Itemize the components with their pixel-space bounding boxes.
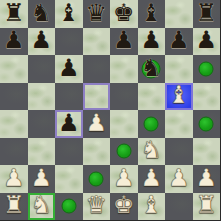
piece-white-bishop: ♝ [168, 83, 190, 107]
square-f7[interactable]: ♟ [138, 28, 166, 56]
piece-white-pawn: ♟ [85, 111, 107, 135]
square-a4[interactable] [0, 110, 28, 138]
piece-black-pawn: ♟ [113, 28, 135, 52]
square-e2[interactable]: ♟ [110, 165, 138, 193]
square-b5[interactable] [28, 83, 56, 111]
square-a3[interactable] [0, 138, 28, 166]
piece-white-pawn: ♟ [195, 166, 217, 190]
piece-black-pawn: ♟ [195, 28, 217, 52]
square-b6[interactable] [28, 55, 56, 83]
square-e1[interactable]: ♚ [110, 193, 138, 221]
square-a8[interactable]: ♜ [0, 0, 28, 28]
square-f1[interactable]: ♝ [138, 193, 166, 221]
square-c1[interactable] [55, 193, 83, 221]
square-h7[interactable]: ♟ [193, 28, 221, 56]
square-d7[interactable] [83, 28, 111, 56]
square-g2[interactable]: ♟ [165, 165, 193, 193]
square-c5[interactable] [55, 83, 83, 111]
square-a2[interactable]: ♟ [0, 165, 28, 193]
piece-white-pawn: ♟ [168, 166, 190, 190]
square-g4[interactable] [165, 110, 193, 138]
square-b4[interactable] [28, 110, 56, 138]
square-c2[interactable] [55, 165, 83, 193]
piece-white-pawn: ♟ [3, 166, 25, 190]
piece-black-pawn: ♟ [58, 111, 80, 135]
square-b1[interactable]: ♞ [28, 193, 56, 221]
piece-white-rook: ♜ [195, 193, 217, 217]
square-d1[interactable]: ♛ [83, 193, 111, 221]
piece-black-pawn: ♟ [3, 28, 25, 52]
square-c6[interactable]: ♟ [55, 55, 83, 83]
square-a6[interactable] [0, 55, 28, 83]
square-b8[interactable]: ♞ [28, 0, 56, 28]
square-b2[interactable]: ♟ [28, 165, 56, 193]
piece-white-bishop: ♝ [140, 193, 162, 217]
square-f6[interactable]: ♞ [138, 55, 166, 83]
square-a7[interactable]: ♟ [0, 28, 28, 56]
piece-black-rook: ♜ [195, 1, 217, 25]
square-g8[interactable] [165, 0, 193, 28]
piece-black-pawn: ♟ [58, 56, 80, 80]
piece-black-pawn: ♟ [168, 28, 190, 52]
piece-white-knight: ♞ [30, 193, 52, 217]
square-g7[interactable]: ♟ [165, 28, 193, 56]
piece-black-knight: ♞ [30, 1, 52, 25]
square-h4[interactable] [193, 110, 221, 138]
piece-black-rook: ♜ [3, 1, 25, 25]
legal-move-dot[interactable] [199, 61, 214, 76]
piece-white-pawn: ♟ [140, 166, 162, 190]
square-d6[interactable] [83, 55, 111, 83]
square-c7[interactable] [55, 28, 83, 56]
piece-black-pawn: ♟ [30, 28, 52, 52]
square-d2[interactable] [83, 165, 111, 193]
legal-move-dot[interactable] [199, 116, 214, 131]
square-b3[interactable] [28, 138, 56, 166]
square-g1[interactable] [165, 193, 193, 221]
legal-move-dot[interactable] [116, 144, 131, 159]
piece-white-queen: ♛ [85, 193, 107, 217]
piece-black-queen: ♛ [85, 1, 107, 25]
piece-black-bishop: ♝ [58, 1, 80, 25]
square-a5[interactable] [0, 83, 28, 111]
chess-board: ♜♞♝♛♚♝♜♟♟♟♟♟♟♟♞♝♟♟♞♟♟♟♟♟♟♜♞♛♚♝♜ [0, 0, 220, 220]
square-c8[interactable]: ♝ [55, 0, 83, 28]
piece-white-pawn: ♟ [30, 166, 52, 190]
square-d8[interactable]: ♛ [83, 0, 111, 28]
square-h1[interactable]: ♜ [193, 193, 221, 221]
square-e3[interactable] [110, 138, 138, 166]
square-h3[interactable] [193, 138, 221, 166]
square-a1[interactable]: ♜ [0, 193, 28, 221]
square-h6[interactable] [193, 55, 221, 83]
square-f4[interactable] [138, 110, 166, 138]
square-d4[interactable]: ♟ [83, 110, 111, 138]
square-f3[interactable]: ♞ [138, 138, 166, 166]
piece-white-knight: ♞ [140, 138, 162, 162]
piece-black-pawn: ♟ [140, 28, 162, 52]
square-f8[interactable]: ♝ [138, 0, 166, 28]
square-c4[interactable]: ♟ [55, 110, 83, 138]
square-e4[interactable] [110, 110, 138, 138]
square-h2[interactable]: ♟ [193, 165, 221, 193]
piece-black-bishop: ♝ [140, 1, 162, 25]
piece-black-king: ♚ [113, 1, 135, 25]
square-g3[interactable] [165, 138, 193, 166]
piece-white-rook: ♜ [3, 193, 25, 217]
square-b7[interactable]: ♟ [28, 28, 56, 56]
square-c3[interactable] [55, 138, 83, 166]
square-f5[interactable] [138, 83, 166, 111]
square-h8[interactable]: ♜ [193, 0, 221, 28]
square-g6[interactable] [165, 55, 193, 83]
legal-move-dot[interactable] [61, 199, 76, 214]
square-e7[interactable]: ♟ [110, 28, 138, 56]
piece-white-pawn: ♟ [113, 166, 135, 190]
legal-move-dot[interactable] [144, 116, 159, 131]
legal-move-dot[interactable] [89, 171, 104, 186]
square-e5[interactable] [110, 83, 138, 111]
piece-black-knight: ♞ [140, 56, 162, 80]
square-e6[interactable] [110, 55, 138, 83]
square-f2[interactable]: ♟ [138, 165, 166, 193]
square-h5[interactable] [193, 83, 221, 111]
piece-white-king: ♚ [113, 193, 135, 217]
square-e8[interactable]: ♚ [110, 0, 138, 28]
square-d3[interactable] [83, 138, 111, 166]
square-d5[interactable] [83, 83, 111, 111]
square-g5[interactable]: ♝ [165, 83, 193, 111]
